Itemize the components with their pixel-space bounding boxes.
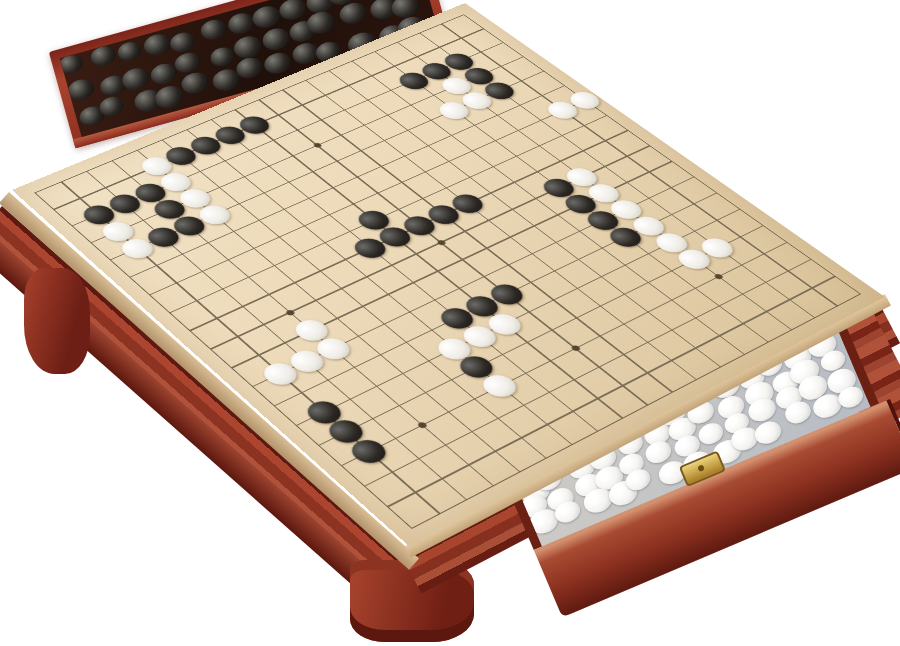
tray-black-stone: [277, 0, 308, 22]
tray-black-stone: [250, 3, 282, 31]
tray-black-stone: [231, 33, 263, 61]
drawer-handle-pin: [697, 464, 705, 472]
go-set-photo: [0, 0, 900, 646]
tray-black-stone: [208, 45, 236, 69]
tray-black-stone: [260, 26, 292, 54]
tray-black-stone: [179, 69, 210, 96]
tray-black-stone: [89, 44, 118, 69]
tray-black-stone: [262, 50, 293, 77]
tray-black-stone: [115, 39, 144, 63]
tray-black-stone: [199, 17, 228, 42]
tray-black-stone: [60, 52, 85, 76]
tray-black-stone: [141, 31, 173, 58]
tray-black-stone: [120, 66, 151, 93]
tray-black-stone: [66, 77, 96, 103]
tray-black-stone: [168, 30, 197, 55]
base-foot-left: [24, 268, 90, 374]
tray-black-stone: [225, 10, 256, 37]
